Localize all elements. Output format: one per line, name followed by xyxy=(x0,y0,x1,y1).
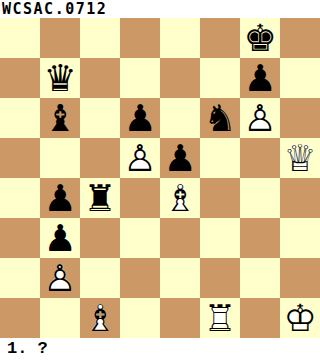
piece-black-rook: ♜ xyxy=(80,178,120,218)
square-g6[interactable]: ♟♙ xyxy=(240,98,280,138)
piece-black-king: ♚ xyxy=(240,18,280,58)
square-h6[interactable] xyxy=(280,98,320,138)
square-e3[interactable] xyxy=(160,218,200,258)
square-e2[interactable] xyxy=(160,258,200,298)
square-c7[interactable] xyxy=(80,58,120,98)
square-c2[interactable] xyxy=(80,258,120,298)
square-g1[interactable] xyxy=(240,298,280,338)
square-e1[interactable] xyxy=(160,298,200,338)
piece-white-bishop: ♝♗ xyxy=(80,298,120,338)
square-d6[interactable]: ♟ xyxy=(120,98,160,138)
square-f6[interactable]: ♞ xyxy=(200,98,240,138)
square-c5[interactable] xyxy=(80,138,120,178)
square-b7[interactable]: ♛ xyxy=(40,58,80,98)
square-g8[interactable]: ♚ xyxy=(240,18,280,58)
square-g2[interactable] xyxy=(240,258,280,298)
piece-white-king: ♚♔ xyxy=(280,298,320,338)
square-h1[interactable]: ♚♔ xyxy=(280,298,320,338)
square-g4[interactable] xyxy=(240,178,280,218)
square-f4[interactable] xyxy=(200,178,240,218)
square-a7[interactable] xyxy=(0,58,40,98)
diagram-title: WCSAC.0712 xyxy=(0,0,320,18)
piece-black-pawn: ♟ xyxy=(240,58,280,98)
piece-white-pawn: ♟♙ xyxy=(120,138,160,178)
piece-white-bishop: ♝♗ xyxy=(160,178,200,218)
square-h2[interactable] xyxy=(280,258,320,298)
square-a4[interactable] xyxy=(0,178,40,218)
piece-black-knight: ♞ xyxy=(200,98,240,138)
square-c4[interactable]: ♜ xyxy=(80,178,120,218)
piece-black-pawn: ♟ xyxy=(120,98,160,138)
piece-black-pawn: ♟ xyxy=(40,178,80,218)
square-a2[interactable] xyxy=(0,258,40,298)
square-f8[interactable] xyxy=(200,18,240,58)
move-prompt: 1. ? xyxy=(0,338,320,360)
piece-black-pawn: ♟ xyxy=(160,138,200,178)
square-d8[interactable] xyxy=(120,18,160,58)
square-b4[interactable]: ♟ xyxy=(40,178,80,218)
square-a6[interactable] xyxy=(0,98,40,138)
square-f2[interactable] xyxy=(200,258,240,298)
square-b8[interactable] xyxy=(40,18,80,58)
square-f3[interactable] xyxy=(200,218,240,258)
square-h3[interactable] xyxy=(280,218,320,258)
square-e8[interactable] xyxy=(160,18,200,58)
square-b5[interactable] xyxy=(40,138,80,178)
square-c1[interactable]: ♝♗ xyxy=(80,298,120,338)
square-e5[interactable]: ♟ xyxy=(160,138,200,178)
piece-white-rook: ♜♖ xyxy=(200,298,240,338)
square-a8[interactable] xyxy=(0,18,40,58)
square-a3[interactable] xyxy=(0,218,40,258)
square-g3[interactable] xyxy=(240,218,280,258)
piece-white-queen: ♛♕ xyxy=(280,138,320,178)
piece-black-bishop: ♝ xyxy=(40,98,80,138)
square-c8[interactable] xyxy=(80,18,120,58)
square-h4[interactable] xyxy=(280,178,320,218)
square-e6[interactable] xyxy=(160,98,200,138)
square-d7[interactable] xyxy=(120,58,160,98)
square-c6[interactable] xyxy=(80,98,120,138)
square-f7[interactable] xyxy=(200,58,240,98)
square-f1[interactable]: ♜♖ xyxy=(200,298,240,338)
square-d2[interactable] xyxy=(120,258,160,298)
square-d4[interactable] xyxy=(120,178,160,218)
square-c3[interactable] xyxy=(80,218,120,258)
square-b6[interactable]: ♝ xyxy=(40,98,80,138)
square-e4[interactable]: ♝♗ xyxy=(160,178,200,218)
square-b2[interactable]: ♟♙ xyxy=(40,258,80,298)
square-h7[interactable] xyxy=(280,58,320,98)
square-f5[interactable] xyxy=(200,138,240,178)
square-e7[interactable] xyxy=(160,58,200,98)
piece-black-pawn: ♟ xyxy=(40,218,80,258)
square-d5[interactable]: ♟♙ xyxy=(120,138,160,178)
square-d1[interactable] xyxy=(120,298,160,338)
square-g5[interactable] xyxy=(240,138,280,178)
square-h5[interactable]: ♛♕ xyxy=(280,138,320,178)
square-g7[interactable]: ♟ xyxy=(240,58,280,98)
square-d3[interactable] xyxy=(120,218,160,258)
piece-black-queen: ♛ xyxy=(40,58,80,98)
square-b1[interactable] xyxy=(40,298,80,338)
piece-white-pawn: ♟♙ xyxy=(40,258,80,298)
square-h8[interactable] xyxy=(280,18,320,58)
piece-white-pawn: ♟♙ xyxy=(240,98,280,138)
square-a5[interactable] xyxy=(0,138,40,178)
square-a1[interactable] xyxy=(0,298,40,338)
chess-board: ♚♛♟♝♟♞♟♙♟♙♟♛♕♟♜♝♗♟♟♙♝♗♜♖♚♔ xyxy=(0,18,320,338)
square-b3[interactable]: ♟ xyxy=(40,218,80,258)
